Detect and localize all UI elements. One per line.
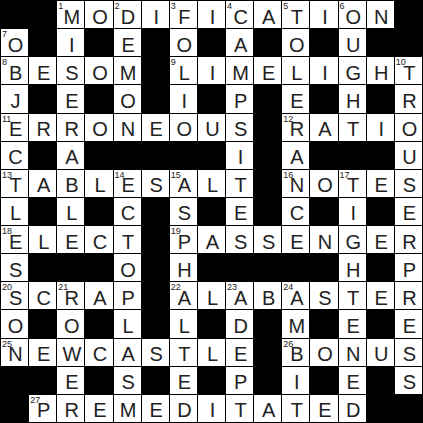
letter-cell[interactable]: H — [339, 85, 366, 112]
letter-cell[interactable]: C — [282, 198, 309, 225]
black-cell — [254, 170, 281, 197]
clue-number: 5 — [283, 1, 288, 11]
cell-letter: I — [350, 203, 356, 223]
letter-cell[interactable]: O — [57, 310, 84, 337]
letter-cell[interactable]: P — [226, 367, 253, 394]
cell-letter: O — [177, 35, 193, 55]
letter-cell[interactable]: C — [85, 339, 112, 366]
letter-cell[interactable]: E — [226, 339, 253, 366]
black-cell — [395, 29, 422, 56]
cell-letter: S — [121, 372, 134, 392]
letter-cell[interactable]: 20S — [1, 282, 28, 309]
letter-cell[interactable]: E — [57, 85, 84, 112]
black-cell — [395, 1, 422, 28]
black-cell — [367, 395, 394, 422]
letter-cell[interactable]: 21R — [57, 282, 84, 309]
black-cell — [85, 198, 112, 225]
black-cell — [114, 142, 141, 169]
cell-letter: S — [403, 372, 416, 392]
black-cell — [85, 29, 112, 56]
letter-cell[interactable]: S — [226, 226, 253, 253]
cell-letter: S — [403, 175, 416, 195]
letter-cell[interactable]: D — [339, 395, 366, 422]
letter-cell[interactable]: T — [170, 339, 197, 366]
letter-cell[interactable]: E — [85, 395, 112, 422]
letter-cell[interactable]: 7O — [1, 29, 28, 56]
letter-cell[interactable]: O — [395, 114, 422, 141]
black-cell — [198, 254, 225, 281]
black-cell — [254, 254, 281, 281]
black-cell — [310, 142, 337, 169]
cell-letter: S — [65, 63, 78, 83]
letter-cell[interactable]: J — [1, 85, 28, 112]
letter-cell[interactable]: E — [142, 114, 169, 141]
black-cell — [254, 367, 281, 394]
letter-cell[interactable]: O — [85, 57, 112, 84]
letter-cell[interactable]: C — [114, 198, 141, 225]
letter-cell[interactable]: S — [395, 339, 422, 366]
letter-cell[interactable]: R — [395, 85, 422, 112]
black-cell — [254, 85, 281, 112]
letter-cell[interactable]: L — [198, 170, 225, 197]
letter-cell[interactable]: G — [339, 226, 366, 253]
letter-cell[interactable]: O — [85, 1, 112, 28]
cell-letter: R — [36, 119, 50, 139]
letter-cell[interactable]: 12R — [282, 114, 309, 141]
black-cell — [142, 226, 169, 253]
cell-letter: P — [121, 288, 134, 308]
letter-cell[interactable]: 27P — [29, 395, 56, 422]
clue-number: 10 — [396, 57, 406, 67]
cell-letter: D — [121, 7, 135, 27]
letter-cell[interactable]: 8B — [1, 57, 28, 84]
letter-cell[interactable]: E — [142, 395, 169, 422]
cell-letter: S — [178, 203, 191, 223]
letter-cell[interactable]: T — [114, 226, 141, 253]
letter-cell[interactable]: S — [226, 114, 253, 141]
letter-cell[interactable]: E — [114, 29, 141, 56]
cell-letter: L — [291, 63, 302, 83]
letter-cell[interactable]: S — [170, 198, 197, 225]
letter-cell[interactable]: I — [57, 29, 84, 56]
letter-cell[interactable]: M — [114, 57, 141, 84]
cell-letter: A — [206, 232, 219, 252]
cell-letter: H — [177, 260, 191, 280]
cell-letter: C — [93, 344, 107, 364]
cell-letter: A — [290, 147, 303, 167]
letter-cell[interactable]: L — [57, 198, 84, 225]
letter-cell[interactable]: O — [310, 339, 337, 366]
letter-cell[interactable]: O — [85, 114, 112, 141]
cell-letter: L — [207, 288, 218, 308]
letter-cell[interactable]: A — [254, 1, 281, 28]
black-cell — [57, 254, 84, 281]
letter-cell[interactable]: W — [57, 339, 84, 366]
cell-letter: T — [235, 175, 247, 195]
letter-cell[interactable]: L — [282, 57, 309, 84]
letter-cell[interactable]: A — [226, 29, 253, 56]
letter-cell[interactable]: P — [226, 85, 253, 112]
letter-cell[interactable]: 18E — [1, 226, 28, 253]
letter-cell[interactable]: P — [395, 254, 422, 281]
cell-letter: A — [262, 7, 275, 27]
black-cell — [1, 395, 28, 422]
black-cell — [142, 198, 169, 225]
cell-letter: L — [179, 316, 190, 336]
letter-cell[interactable]: L — [198, 339, 225, 366]
letter-cell[interactable]: L — [85, 170, 112, 197]
cell-letter: C — [233, 7, 247, 27]
letter-cell[interactable]: T — [339, 282, 366, 309]
letter-cell[interactable]: E — [170, 367, 197, 394]
cell-letter: I — [210, 7, 216, 27]
letter-cell[interactable]: I — [282, 367, 309, 394]
black-cell — [226, 254, 253, 281]
black-cell — [254, 142, 281, 169]
letter-cell[interactable]: 2D — [114, 1, 141, 28]
cell-letter: S — [262, 232, 275, 252]
letter-cell[interactable]: A — [57, 142, 84, 169]
clue-number: 13 — [2, 170, 12, 180]
cell-letter: E — [346, 372, 359, 392]
letter-cell[interactable]: 3F — [170, 1, 197, 28]
black-cell — [85, 310, 112, 337]
cell-letter: E — [65, 372, 78, 392]
clue-number: 24 — [283, 282, 293, 292]
cell-letter: N — [346, 344, 360, 364]
letter-cell[interactable]: I — [170, 85, 197, 112]
letter-cell[interactable]: S — [142, 170, 169, 197]
letter-cell[interactable]: 1M — [57, 1, 84, 28]
cell-letter: E — [65, 91, 78, 111]
letter-cell[interactable]: R — [57, 395, 84, 422]
letter-cell[interactable]: E — [310, 395, 337, 422]
letter-cell[interactable]: H — [367, 57, 394, 84]
letter-cell[interactable]: S — [395, 367, 422, 394]
cell-letter: P — [234, 372, 247, 392]
cell-letter: C — [93, 232, 107, 252]
cell-letter: H — [346, 260, 360, 280]
letter-cell[interactable]: A — [310, 114, 337, 141]
cell-letter: R — [402, 288, 416, 308]
letter-cell[interactable]: R — [57, 114, 84, 141]
cell-letter: O — [317, 344, 333, 364]
letter-cell[interactable]: D — [226, 310, 253, 337]
letter-cell[interactable]: E — [395, 198, 422, 225]
letter-cell[interactable]: U — [395, 142, 422, 169]
letter-cell[interactable]: S — [310, 282, 337, 309]
letter-cell[interactable]: H — [339, 254, 366, 281]
letter-cell[interactable]: 17T — [339, 170, 366, 197]
letter-cell[interactable]: M — [114, 395, 141, 422]
letter-cell[interactable]: I — [198, 57, 225, 84]
cell-letter: O — [120, 91, 136, 111]
cell-letter: I — [210, 400, 216, 420]
letter-cell[interactable]: N — [310, 226, 337, 253]
cell-letter: R — [65, 400, 79, 420]
letter-cell[interactable]: L — [1, 198, 28, 225]
letter-cell[interactable]: I — [310, 1, 337, 28]
cell-letter: G — [345, 63, 361, 83]
black-cell — [367, 310, 394, 337]
letter-cell[interactable]: 14E — [114, 170, 141, 197]
cell-letter: T — [178, 344, 190, 364]
black-cell — [1, 1, 28, 28]
cell-letter: O — [317, 175, 333, 195]
letter-cell[interactable]: I — [310, 57, 337, 84]
cell-letter: S — [150, 344, 163, 364]
clue-number: 1 — [58, 1, 63, 11]
letter-cell[interactable]: T — [339, 114, 366, 141]
clue-number: 21 — [58, 282, 68, 292]
letter-cell[interactable]: 23A — [226, 282, 253, 309]
letter-cell[interactable]: M — [282, 310, 309, 337]
letter-cell[interactable]: D — [170, 395, 197, 422]
letter-cell[interactable]: I — [339, 198, 366, 225]
letter-cell[interactable]: E — [57, 226, 84, 253]
letter-cell[interactable]: E — [57, 367, 84, 394]
letter-cell[interactable]: T — [282, 395, 309, 422]
letter-cell[interactable]: N — [367, 1, 394, 28]
letter-cell[interactable]: L — [29, 226, 56, 253]
black-cell — [367, 142, 394, 169]
letter-cell[interactable]: O — [170, 29, 197, 56]
cell-letter: C — [290, 203, 304, 223]
letter-cell[interactable]: E — [339, 367, 366, 394]
clue-number: 23 — [227, 282, 237, 292]
letter-cell[interactable]: T — [226, 395, 253, 422]
cell-letter: U — [374, 344, 388, 364]
cell-letter: A — [65, 147, 78, 167]
letter-cell[interactable]: I — [198, 395, 225, 422]
black-cell — [198, 310, 225, 337]
letter-cell[interactable]: R — [29, 114, 56, 141]
letter-cell[interactable]: I — [226, 142, 253, 169]
cell-letter: W — [62, 344, 81, 364]
letter-cell[interactable]: 24A — [282, 282, 309, 309]
letter-cell[interactable]: 15A — [170, 170, 197, 197]
letter-cell[interactable]: L — [114, 310, 141, 337]
cell-letter: O — [92, 119, 108, 139]
cell-letter: A — [121, 344, 134, 364]
cell-letter: S — [9, 260, 22, 280]
cell-letter: E — [403, 316, 416, 336]
letter-cell[interactable]: 25N — [1, 339, 28, 366]
letter-cell[interactable]: M — [226, 57, 253, 84]
cell-letter: E — [93, 400, 106, 420]
cell-letter: M — [289, 316, 306, 336]
letter-cell[interactable]: O — [1, 310, 28, 337]
letter-cell[interactable]: E — [226, 198, 253, 225]
letter-cell[interactable]: R — [395, 226, 422, 253]
cell-letter: E — [375, 288, 388, 308]
letter-cell[interactable]: E — [395, 310, 422, 337]
cell-letter: E — [290, 91, 303, 111]
black-cell — [142, 85, 169, 112]
letter-cell[interactable]: U — [339, 29, 366, 56]
letter-cell[interactable]: S — [254, 226, 281, 253]
cell-letter: H — [374, 63, 388, 83]
cell-letter: O — [345, 7, 361, 27]
letter-cell[interactable]: S — [114, 367, 141, 394]
letter-cell[interactable]: A — [114, 339, 141, 366]
letter-cell[interactable]: C — [1, 142, 28, 169]
cell-letter: C — [121, 203, 135, 223]
letter-cell[interactable]: I — [198, 1, 225, 28]
letter-cell[interactable]: E — [29, 57, 56, 84]
cell-letter: O — [92, 7, 108, 27]
black-cell — [254, 114, 281, 141]
black-cell — [142, 57, 169, 84]
letter-cell[interactable]: E — [367, 170, 394, 197]
cell-letter: E — [150, 400, 163, 420]
cell-letter: O — [402, 119, 418, 139]
letter-cell[interactable]: E — [367, 282, 394, 309]
cell-letter: I — [182, 91, 188, 111]
letter-cell[interactable]: O — [310, 170, 337, 197]
letter-cell[interactable]: A — [85, 282, 112, 309]
letter-cell[interactable]: 11E — [1, 114, 28, 141]
cell-letter: L — [66, 203, 77, 223]
black-cell — [367, 198, 394, 225]
clue-number: 19 — [171, 226, 181, 236]
black-cell — [170, 142, 197, 169]
cell-letter: S — [403, 344, 416, 364]
cell-letter: T — [291, 400, 303, 420]
letter-cell[interactable]: O — [114, 254, 141, 281]
black-cell — [310, 367, 337, 394]
black-cell — [142, 310, 169, 337]
black-cell — [85, 254, 112, 281]
cell-letter: E — [290, 232, 303, 252]
letter-cell[interactable]: O — [114, 85, 141, 112]
letter-cell[interactable]: I — [367, 114, 394, 141]
letter-cell[interactable]: 19P — [170, 226, 197, 253]
letter-cell[interactable]: E — [367, 226, 394, 253]
cell-letter: T — [122, 232, 134, 252]
black-cell — [198, 142, 225, 169]
cell-letter: J — [11, 91, 21, 111]
letter-cell[interactable]: H — [170, 254, 197, 281]
clue-number: 20 — [2, 282, 12, 292]
letter-cell[interactable]: 6O — [339, 1, 366, 28]
letter-cell[interactable]: G — [339, 57, 366, 84]
black-cell — [142, 367, 169, 394]
cell-letter: O — [120, 260, 136, 280]
black-cell — [254, 310, 281, 337]
black-cell — [367, 254, 394, 281]
black-cell — [29, 367, 56, 394]
letter-cell[interactable]: C — [29, 282, 56, 309]
letter-cell[interactable]: L — [170, 310, 197, 337]
cell-letter: T — [347, 288, 359, 308]
letter-cell[interactable]: S — [57, 57, 84, 84]
clue-number: 15 — [171, 170, 181, 180]
cell-letter: R — [402, 232, 416, 252]
letter-cell[interactable]: 4C — [226, 1, 253, 28]
letter-cell[interactable]: A — [254, 395, 281, 422]
letter-cell[interactable]: N — [339, 339, 366, 366]
clue-number: 12 — [283, 114, 293, 124]
black-cell — [29, 310, 56, 337]
cell-letter: I — [210, 63, 216, 83]
cell-letter: U — [205, 119, 219, 139]
black-cell — [310, 198, 337, 225]
black-cell — [367, 85, 394, 112]
cell-letter: E — [403, 203, 416, 223]
black-cell — [254, 198, 281, 225]
cell-letter: A — [234, 35, 247, 55]
black-cell — [29, 29, 56, 56]
letter-cell[interactable]: T — [226, 170, 253, 197]
cell-letter: A — [262, 400, 275, 420]
cell-letter: I — [379, 119, 385, 139]
cell-letter: O — [289, 35, 305, 55]
letter-cell[interactable]: S — [395, 170, 422, 197]
cell-letter: S — [150, 175, 163, 195]
black-cell — [29, 85, 56, 112]
cell-letter: A — [318, 119, 331, 139]
letter-cell[interactable]: 10T — [395, 57, 422, 84]
letter-cell[interactable]: L — [198, 282, 225, 309]
letter-cell[interactable]: A — [198, 226, 225, 253]
letter-cell[interactable]: S — [142, 339, 169, 366]
black-cell — [367, 367, 394, 394]
cell-letter: S — [318, 288, 331, 308]
letter-cell[interactable]: A — [29, 170, 56, 197]
letter-cell[interactable]: S — [1, 254, 28, 281]
letter-cell[interactable]: B — [57, 170, 84, 197]
cell-letter: T — [235, 400, 247, 420]
letter-cell[interactable]: E — [254, 57, 281, 84]
black-cell — [339, 142, 366, 169]
cell-letter: B — [65, 175, 78, 195]
letter-cell[interactable]: 16N — [282, 170, 309, 197]
letter-cell[interactable]: I — [142, 1, 169, 28]
letter-cell[interactable]: U — [367, 339, 394, 366]
clue-number: 22 — [171, 282, 181, 292]
cell-letter: P — [234, 91, 247, 111]
letter-cell[interactable]: R — [395, 282, 422, 309]
black-cell — [29, 142, 56, 169]
letter-cell[interactable]: P — [114, 282, 141, 309]
black-cell — [85, 367, 112, 394]
letter-cell[interactable]: 22A — [170, 282, 197, 309]
letter-cell[interactable]: B — [254, 282, 281, 309]
letter-cell[interactable]: 13T — [1, 170, 28, 197]
cell-letter: H — [346, 91, 360, 111]
letter-cell[interactable]: E — [339, 310, 366, 337]
letter-cell[interactable]: O — [282, 29, 309, 56]
letter-cell[interactable]: E — [29, 339, 56, 366]
cell-letter: B — [262, 288, 275, 308]
letter-cell[interactable]: O — [170, 114, 197, 141]
cell-letter: I — [153, 7, 159, 27]
letter-cell[interactable]: C — [85, 226, 112, 253]
letter-cell[interactable]: 5T — [282, 1, 309, 28]
clue-number: 7 — [2, 29, 7, 39]
black-cell — [310, 85, 337, 112]
cell-letter: A — [37, 175, 50, 195]
letter-cell[interactable]: A — [282, 142, 309, 169]
cell-letter: M — [63, 7, 80, 27]
letter-cell[interactable]: 9L — [170, 57, 197, 84]
letter-cell[interactable]: E — [282, 85, 309, 112]
letter-cell[interactable]: E — [282, 226, 309, 253]
letter-cell[interactable]: U — [198, 114, 225, 141]
letter-cell[interactable]: N — [114, 114, 141, 141]
letter-cell[interactable]: 26B — [282, 339, 309, 366]
